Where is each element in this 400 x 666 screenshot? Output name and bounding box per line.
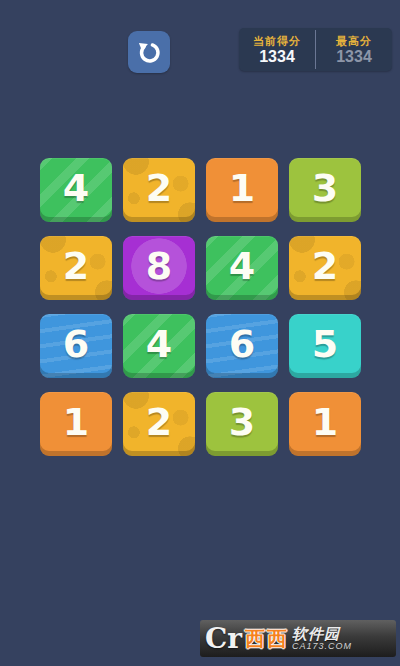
tile-0-2[interactable]: 1 <box>206 158 278 222</box>
tile-number: 3 <box>312 169 338 211</box>
tile-2-2[interactable]: 6 <box>206 314 278 378</box>
tile-1-2[interactable]: 4 <box>206 236 278 300</box>
watermark-site-suffix: 软件园 <box>292 626 340 641</box>
tile-number: 2 <box>146 403 172 445</box>
tile-1-0[interactable]: 2 <box>40 236 112 300</box>
board-grid: 4213284264651231 <box>40 158 361 456</box>
watermark-domain: CA173.COM <box>292 642 352 651</box>
tile-number: 5 <box>312 325 338 367</box>
current-score-value: 1334 <box>259 48 295 65</box>
tile-number: 4 <box>146 325 172 367</box>
tile-number: 3 <box>229 403 255 445</box>
tile-number: 1 <box>312 403 338 445</box>
tile-number: 4 <box>63 169 89 211</box>
score-panel: 当前得分 1334 最高分 1334 <box>239 28 392 71</box>
tile-0-0[interactable]: 4 <box>40 158 112 222</box>
watermark-logo: Cr 西西 软件园 CA173.COM <box>200 620 396 657</box>
tile-1-3[interactable]: 2 <box>289 236 361 300</box>
current-score-label: 当前得分 <box>253 35 301 47</box>
tile-number: 1 <box>63 403 89 445</box>
tile-1-1[interactable]: 8 <box>123 236 195 300</box>
restart-icon <box>136 39 163 66</box>
tile-2-0[interactable]: 6 <box>40 314 112 378</box>
tile-number: 4 <box>229 247 255 289</box>
tile-number: 8 <box>146 247 172 289</box>
tile-3-3[interactable]: 1 <box>289 392 361 456</box>
tile-3-0[interactable]: 1 <box>40 392 112 456</box>
watermark-cr-mark: Cr <box>205 625 242 653</box>
tile-number: 6 <box>63 325 89 367</box>
tile-2-1[interactable]: 4 <box>123 314 195 378</box>
tile-number: 6 <box>229 325 255 367</box>
best-score-value: 1334 <box>336 48 372 65</box>
tile-number: 2 <box>146 169 172 211</box>
tile-3-1[interactable]: 2 <box>123 392 195 456</box>
tile-2-3[interactable]: 5 <box>289 314 361 378</box>
tile-number: 1 <box>229 169 255 211</box>
watermark-site-name: 西西 <box>245 629 289 649</box>
current-score: 当前得分 1334 <box>239 28 315 71</box>
best-score-label: 最高分 <box>336 35 372 47</box>
tile-number: 2 <box>63 247 89 289</box>
best-score: 最高分 1334 <box>316 28 392 71</box>
restart-button[interactable] <box>128 31 170 73</box>
tile-3-2[interactable]: 3 <box>206 392 278 456</box>
tile-number: 2 <box>312 247 338 289</box>
tile-0-3[interactable]: 3 <box>289 158 361 222</box>
tile-0-1[interactable]: 2 <box>123 158 195 222</box>
